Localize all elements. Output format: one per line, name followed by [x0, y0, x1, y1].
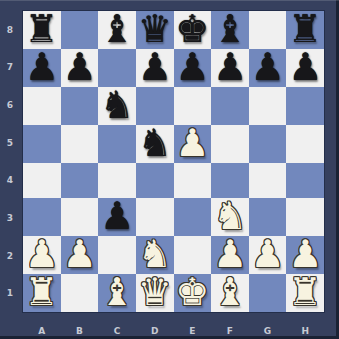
file-label-e: E	[174, 325, 212, 338]
square-d2[interactable]: ♞	[136, 236, 174, 274]
chess-board-frame: ♜♝♛♚♝♜♟♟♟♟♟♟♟♞♞♟♟♞♟♟♞♟♟♟♜♝♛♚♝♜ 87654321 …	[0, 0, 339, 339]
square-h5[interactable]	[286, 125, 324, 163]
piece-black-king[interactable]: ♚	[175, 10, 209, 48]
square-b1[interactable]	[61, 274, 99, 312]
square-c4[interactable]	[98, 163, 136, 198]
square-f1[interactable]: ♝	[211, 274, 249, 312]
piece-white-knight[interactable]: ♞	[213, 197, 247, 235]
piece-white-queen[interactable]: ♛	[138, 273, 172, 311]
square-e3[interactable]	[174, 198, 212, 236]
square-h2[interactable]: ♟	[286, 236, 324, 274]
square-f3[interactable]: ♞	[211, 198, 249, 236]
square-h4[interactable]	[286, 163, 324, 198]
rank-label-7: 7	[0, 49, 20, 87]
piece-black-pawn[interactable]: ♟	[138, 48, 172, 86]
square-g2[interactable]: ♟	[249, 236, 287, 274]
square-h3[interactable]	[286, 198, 324, 236]
piece-white-knight[interactable]: ♞	[138, 235, 172, 273]
piece-white-rook[interactable]: ♜	[288, 273, 322, 311]
rank-label-2: 2	[0, 237, 20, 275]
square-f5[interactable]	[211, 125, 249, 163]
piece-white-pawn[interactable]: ♟	[251, 235, 285, 273]
square-f8[interactable]: ♝	[211, 11, 249, 49]
rank-label-5: 5	[0, 124, 20, 162]
square-g4[interactable]	[249, 163, 287, 198]
piece-black-pawn[interactable]: ♟	[288, 48, 322, 86]
square-f6[interactable]	[211, 87, 249, 125]
piece-black-knight[interactable]: ♞	[138, 124, 172, 162]
piece-black-rook[interactable]: ♜	[25, 10, 59, 48]
square-g3[interactable]	[249, 198, 287, 236]
square-d7[interactable]: ♟	[136, 49, 174, 87]
square-b2[interactable]: ♟	[61, 236, 99, 274]
square-f4[interactable]	[211, 163, 249, 198]
square-b5[interactable]	[61, 125, 99, 163]
square-b3[interactable]	[61, 198, 99, 236]
square-a5[interactable]	[23, 125, 61, 163]
piece-white-bishop[interactable]: ♝	[100, 273, 134, 311]
square-g1[interactable]	[249, 274, 287, 312]
square-a3[interactable]	[23, 198, 61, 236]
square-e5[interactable]: ♟	[174, 125, 212, 163]
square-a7[interactable]: ♟	[23, 49, 61, 87]
square-a6[interactable]	[23, 87, 61, 125]
file-label-a: A	[23, 325, 61, 338]
piece-black-pawn[interactable]: ♟	[62, 48, 96, 86]
square-c6[interactable]: ♞	[98, 87, 136, 125]
square-d1[interactable]: ♛	[136, 274, 174, 312]
piece-black-rook[interactable]: ♜	[288, 10, 322, 48]
square-c8[interactable]: ♝	[98, 11, 136, 49]
rank-label-3: 3	[0, 199, 20, 237]
piece-white-king[interactable]: ♚	[175, 273, 209, 311]
square-h1[interactable]: ♜	[286, 274, 324, 312]
file-label-h: H	[286, 325, 324, 338]
piece-white-pawn[interactable]: ♟	[288, 235, 322, 273]
square-c2[interactable]	[98, 236, 136, 274]
square-b4[interactable]	[61, 163, 99, 198]
piece-white-pawn[interactable]: ♟	[213, 235, 247, 273]
square-a1[interactable]: ♜	[23, 274, 61, 312]
piece-white-rook[interactable]: ♜	[25, 273, 59, 311]
piece-black-pawn[interactable]: ♟	[213, 48, 247, 86]
square-a4[interactable]	[23, 163, 61, 198]
square-b8[interactable]	[61, 11, 99, 49]
square-d8[interactable]: ♛	[136, 11, 174, 49]
piece-white-pawn[interactable]: ♟	[175, 124, 209, 162]
piece-black-bishop[interactable]: ♝	[213, 10, 247, 48]
file-label-d: D	[136, 325, 174, 338]
square-h7[interactable]: ♟	[286, 49, 324, 87]
square-c1[interactable]: ♝	[98, 274, 136, 312]
piece-white-pawn[interactable]: ♟	[25, 235, 59, 273]
square-a2[interactable]: ♟	[23, 236, 61, 274]
piece-black-knight[interactable]: ♞	[100, 86, 134, 124]
square-f7[interactable]: ♟	[211, 49, 249, 87]
file-label-g: G	[249, 325, 287, 338]
square-h8[interactable]: ♜	[286, 11, 324, 49]
piece-white-pawn[interactable]: ♟	[62, 235, 96, 273]
square-e2[interactable]	[174, 236, 212, 274]
square-c3[interactable]: ♟	[98, 198, 136, 236]
square-e8[interactable]: ♚	[174, 11, 212, 49]
square-d3[interactable]	[136, 198, 174, 236]
square-g6[interactable]	[249, 87, 287, 125]
square-c5[interactable]	[98, 125, 136, 163]
square-g7[interactable]: ♟	[249, 49, 287, 87]
square-d5[interactable]: ♞	[136, 125, 174, 163]
chess-board: ♜♝♛♚♝♜♟♟♟♟♟♟♟♞♞♟♟♞♟♟♞♟♟♟♜♝♛♚♝♜	[22, 10, 325, 313]
piece-black-pawn[interactable]: ♟	[175, 48, 209, 86]
square-f2[interactable]: ♟	[211, 236, 249, 274]
square-b7[interactable]: ♟	[61, 49, 99, 87]
square-e6[interactable]	[174, 87, 212, 125]
piece-white-bishop[interactable]: ♝	[213, 273, 247, 311]
square-b6[interactable]	[61, 87, 99, 125]
rank-label-1: 1	[0, 274, 20, 312]
piece-black-queen[interactable]: ♛	[138, 10, 172, 48]
piece-black-pawn[interactable]: ♟	[25, 48, 59, 86]
piece-black-bishop[interactable]: ♝	[100, 10, 134, 48]
piece-black-pawn[interactable]: ♟	[251, 48, 285, 86]
rank-label-8: 8	[0, 11, 20, 49]
square-e1[interactable]: ♚	[174, 274, 212, 312]
square-g8[interactable]	[249, 11, 287, 49]
file-label-b: B	[61, 325, 99, 338]
square-d4[interactable]	[136, 163, 174, 198]
square-d6[interactable]	[136, 87, 174, 125]
square-c7[interactable]	[98, 49, 136, 87]
rank-label-4: 4	[0, 162, 20, 200]
square-e7[interactable]: ♟	[174, 49, 212, 87]
square-e4[interactable]	[174, 163, 212, 198]
rank-label-6: 6	[0, 86, 20, 124]
piece-black-pawn[interactable]: ♟	[100, 197, 134, 235]
file-label-c: C	[98, 325, 136, 338]
square-h6[interactable]	[286, 87, 324, 125]
file-label-f: F	[211, 325, 249, 338]
square-a8[interactable]: ♜	[23, 11, 61, 49]
square-g5[interactable]	[249, 125, 287, 163]
